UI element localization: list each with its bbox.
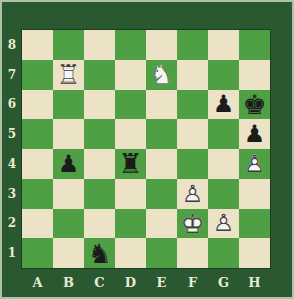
square-f3: ♟♙	[177, 179, 208, 209]
square-a2	[22, 209, 53, 239]
square-c2	[84, 209, 115, 239]
square-g2: ♟♙	[208, 209, 239, 239]
square-g8	[208, 30, 239, 60]
square-e8	[146, 30, 177, 60]
square-d6	[115, 90, 146, 120]
square-d5	[115, 119, 146, 149]
square-a3	[22, 179, 53, 209]
white-pawn-outline: ♙	[239, 149, 270, 179]
black-pawn: ♟	[239, 119, 270, 149]
square-h8	[239, 30, 270, 60]
rank-labels: 87654321	[2, 30, 22, 268]
square-b1	[53, 238, 84, 268]
rank-label-4: 4	[2, 149, 22, 179]
white-pawn-outline: ♙	[177, 179, 208, 209]
square-b3	[53, 179, 84, 209]
square-h7	[239, 60, 270, 90]
square-d7	[115, 60, 146, 90]
square-c5	[84, 119, 115, 149]
square-h1	[239, 238, 270, 268]
square-h6: ♚	[239, 90, 270, 120]
square-g7	[208, 60, 239, 90]
rank-label-2: 2	[2, 209, 22, 239]
square-a8	[22, 30, 53, 60]
square-g6: ♟	[208, 90, 239, 120]
file-label-C: C	[84, 268, 115, 297]
square-e3	[146, 179, 177, 209]
black-knight: ♞	[84, 238, 115, 268]
white-king-outline: ♔	[177, 209, 208, 239]
rank-label-3: 3	[2, 179, 22, 209]
square-h3	[239, 179, 270, 209]
white-knight-outline: ♘	[146, 60, 177, 90]
black-pawn: ♟	[53, 149, 84, 179]
rank-label-5: 5	[2, 119, 22, 149]
square-e1	[146, 238, 177, 268]
file-label-H: H	[239, 268, 270, 297]
square-g5	[208, 119, 239, 149]
black-king: ♚	[239, 90, 270, 120]
square-b6	[53, 90, 84, 120]
square-c4	[84, 149, 115, 179]
square-c6	[84, 90, 115, 120]
square-a4	[22, 149, 53, 179]
file-label-G: G	[208, 268, 239, 297]
file-label-D: D	[115, 268, 146, 297]
square-h5: ♟	[239, 119, 270, 149]
square-d1	[115, 238, 146, 268]
square-b4: ♟	[53, 149, 84, 179]
rank-label-7: 7	[2, 60, 22, 90]
square-f1	[177, 238, 208, 268]
square-e6	[146, 90, 177, 120]
file-label-E: E	[146, 268, 177, 297]
square-a7	[22, 60, 53, 90]
file-label-A: A	[22, 268, 53, 297]
square-c7	[84, 60, 115, 90]
square-d4: ♜	[115, 149, 146, 179]
chess-board-frame: 87654321 ♜♖♞♘♟♚♟♟♜♟♙♟♙♚♔♟♙♞ ABCDEFGH	[0, 0, 294, 299]
square-e4	[146, 149, 177, 179]
square-d2	[115, 209, 146, 239]
black-rook: ♜	[115, 149, 146, 179]
square-g4	[208, 149, 239, 179]
white-rook-outline: ♖	[53, 60, 84, 90]
square-f6	[177, 90, 208, 120]
board: ♜♖♞♘♟♚♟♟♜♟♙♟♙♚♔♟♙♞	[22, 30, 270, 268]
square-h4: ♟♙	[239, 149, 270, 179]
black-pawn: ♟	[208, 90, 239, 120]
square-c3	[84, 179, 115, 209]
rank-label-8: 8	[2, 30, 22, 60]
square-g3	[208, 179, 239, 209]
white-pawn-outline: ♙	[208, 209, 239, 239]
file-label-B: B	[53, 268, 84, 297]
file-label-F: F	[177, 268, 208, 297]
square-c8	[84, 30, 115, 60]
square-f5	[177, 119, 208, 149]
rank-label-1: 1	[2, 238, 22, 268]
square-b2	[53, 209, 84, 239]
square-b8	[53, 30, 84, 60]
square-e2	[146, 209, 177, 239]
square-f7	[177, 60, 208, 90]
file-labels: ABCDEFGH	[22, 268, 270, 297]
square-b5	[53, 119, 84, 149]
square-e7: ♞♘	[146, 60, 177, 90]
square-f4	[177, 149, 208, 179]
square-b7: ♜♖	[53, 60, 84, 90]
square-a1	[22, 238, 53, 268]
square-a5	[22, 119, 53, 149]
square-c1: ♞	[84, 238, 115, 268]
square-a6	[22, 90, 53, 120]
square-e5	[146, 119, 177, 149]
square-d8	[115, 30, 146, 60]
square-f2: ♚♔	[177, 209, 208, 239]
square-d3	[115, 179, 146, 209]
square-f8	[177, 30, 208, 60]
square-g1	[208, 238, 239, 268]
square-h2	[239, 209, 270, 239]
rank-label-6: 6	[2, 90, 22, 120]
